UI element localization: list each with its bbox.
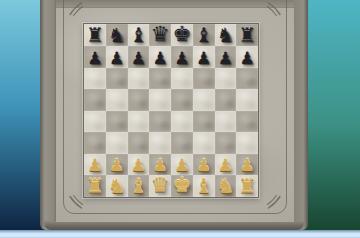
board-bevel-bottom bbox=[44, 221, 304, 230]
square-d5[interactable] bbox=[149, 89, 171, 111]
square-g4[interactable] bbox=[215, 111, 237, 133]
square-e8[interactable]: ♚ bbox=[171, 24, 193, 46]
square-c2[interactable]: ♟ bbox=[128, 154, 150, 176]
board-marble-frame: ♜♞♝♛♚♝♞♜♟♟♟♟♟♟♟♟♟♟♟♟♟♟♟♟♜♞♝♛♚♝♞♜ bbox=[56, 0, 294, 222]
square-c5[interactable] bbox=[128, 89, 150, 111]
square-f6[interactable] bbox=[193, 68, 215, 90]
square-g1[interactable]: ♞ bbox=[215, 175, 237, 197]
piece-black-pawn[interactable]: ♟ bbox=[196, 50, 211, 68]
square-d4[interactable] bbox=[149, 111, 171, 133]
square-a8[interactable]: ♜ bbox=[84, 24, 106, 46]
square-c7[interactable]: ♟ bbox=[128, 46, 150, 68]
piece-black-knight[interactable]: ♞ bbox=[216, 25, 234, 46]
corner-flourish-icon bbox=[67, 194, 84, 211]
square-f8[interactable]: ♝ bbox=[193, 24, 215, 46]
square-h7[interactable]: ♟ bbox=[236, 46, 258, 68]
square-e7[interactable]: ♟ bbox=[171, 46, 193, 68]
square-b5[interactable] bbox=[106, 89, 128, 111]
square-f1[interactable]: ♝ bbox=[193, 175, 215, 197]
piece-black-pawn[interactable]: ♟ bbox=[153, 50, 168, 68]
piece-black-bishop[interactable]: ♝ bbox=[129, 25, 147, 46]
square-c1[interactable]: ♝ bbox=[128, 175, 150, 197]
square-d1[interactable]: ♛ bbox=[149, 175, 171, 197]
square-a5[interactable] bbox=[84, 89, 106, 111]
piece-black-pawn[interactable]: ♟ bbox=[109, 50, 124, 68]
square-e6[interactable] bbox=[171, 68, 193, 90]
square-e5[interactable] bbox=[171, 89, 193, 111]
square-f4[interactable] bbox=[193, 111, 215, 133]
square-b3[interactable] bbox=[106, 132, 128, 154]
corner-flourish-icon bbox=[266, 0, 283, 17]
square-a1[interactable]: ♜ bbox=[84, 175, 106, 197]
square-d3[interactable] bbox=[149, 132, 171, 154]
square-f5[interactable] bbox=[193, 89, 215, 111]
piece-white-pawn[interactable]: ♟ bbox=[218, 157, 233, 175]
piece-black-pawn[interactable]: ♟ bbox=[87, 50, 102, 68]
piece-white-king[interactable]: ♚ bbox=[172, 175, 191, 197]
piece-white-pawn[interactable]: ♟ bbox=[109, 157, 124, 175]
square-g2[interactable]: ♟ bbox=[215, 154, 237, 176]
square-d8[interactable]: ♛ bbox=[149, 24, 171, 46]
piece-white-queen[interactable]: ♛ bbox=[151, 175, 170, 197]
square-b7[interactable]: ♟ bbox=[106, 46, 128, 68]
square-g8[interactable]: ♞ bbox=[215, 24, 237, 46]
square-a4[interactable] bbox=[84, 111, 106, 133]
corner-flourish-icon bbox=[67, 0, 84, 17]
square-d2[interactable]: ♟ bbox=[149, 154, 171, 176]
square-b8[interactable]: ♞ bbox=[106, 24, 128, 46]
square-h1[interactable]: ♜ bbox=[236, 175, 258, 197]
piece-black-knight[interactable]: ♞ bbox=[108, 25, 126, 46]
piece-white-pawn[interactable]: ♟ bbox=[87, 157, 102, 175]
square-d6[interactable] bbox=[149, 68, 171, 90]
piece-black-pawn[interactable]: ♟ bbox=[174, 50, 189, 68]
square-g5[interactable] bbox=[215, 89, 237, 111]
piece-white-rook[interactable]: ♜ bbox=[238, 176, 256, 197]
square-h5[interactable] bbox=[236, 89, 258, 111]
square-g7[interactable]: ♟ bbox=[215, 46, 237, 68]
square-h4[interactable] bbox=[236, 111, 258, 133]
chess-board-3d: ♜♞♝♛♚♝♞♜♟♟♟♟♟♟♟♟♟♟♟♟♟♟♟♟♜♞♝♛♚♝♞♜ bbox=[40, 0, 308, 230]
square-b6[interactable] bbox=[106, 68, 128, 90]
piece-white-pawn[interactable]: ♟ bbox=[240, 157, 255, 175]
piece-white-bishop[interactable]: ♝ bbox=[129, 176, 147, 197]
piece-white-rook[interactable]: ♜ bbox=[86, 176, 104, 197]
square-h2[interactable]: ♟ bbox=[236, 154, 258, 176]
taskbar-strip[interactable] bbox=[0, 230, 360, 238]
piece-white-pawn[interactable]: ♟ bbox=[196, 157, 211, 175]
square-e1[interactable]: ♚ bbox=[171, 175, 193, 197]
piece-black-rook[interactable]: ♜ bbox=[238, 25, 256, 46]
board-bevel-right bbox=[293, 0, 308, 230]
square-e3[interactable] bbox=[171, 132, 193, 154]
square-f7[interactable]: ♟ bbox=[193, 46, 215, 68]
corner-flourish-icon bbox=[266, 194, 283, 211]
piece-white-pawn[interactable]: ♟ bbox=[131, 157, 146, 175]
square-e2[interactable]: ♟ bbox=[171, 154, 193, 176]
square-h3[interactable] bbox=[236, 132, 258, 154]
square-a3[interactable] bbox=[84, 132, 106, 154]
square-a7[interactable]: ♟ bbox=[84, 46, 106, 68]
piece-black-pawn[interactable]: ♟ bbox=[131, 50, 146, 68]
square-c4[interactable] bbox=[128, 111, 150, 133]
piece-black-bishop[interactable]: ♝ bbox=[195, 25, 213, 46]
square-e4[interactable] bbox=[171, 111, 193, 133]
piece-black-rook[interactable]: ♜ bbox=[86, 25, 104, 46]
piece-black-queen[interactable]: ♛ bbox=[151, 24, 170, 46]
square-g3[interactable] bbox=[215, 132, 237, 154]
square-h6[interactable] bbox=[236, 68, 258, 90]
square-h8[interactable]: ♜ bbox=[236, 24, 258, 46]
piece-black-pawn[interactable]: ♟ bbox=[240, 50, 255, 68]
piece-white-knight[interactable]: ♞ bbox=[216, 176, 234, 197]
square-c3[interactable] bbox=[128, 132, 150, 154]
square-g6[interactable] bbox=[215, 68, 237, 90]
square-b2[interactable]: ♟ bbox=[106, 154, 128, 176]
square-d7[interactable]: ♟ bbox=[149, 46, 171, 68]
square-a2[interactable]: ♟ bbox=[84, 154, 106, 176]
piece-black-pawn[interactable]: ♟ bbox=[218, 50, 233, 68]
square-f3[interactable] bbox=[193, 132, 215, 154]
piece-white-bishop[interactable]: ♝ bbox=[195, 176, 213, 197]
piece-black-king[interactable]: ♚ bbox=[172, 24, 191, 46]
square-c8[interactable]: ♝ bbox=[128, 24, 150, 46]
chess-game-scene: ♜♞♝♛♚♝♞♜♟♟♟♟♟♟♟♟♟♟♟♟♟♟♟♟♜♞♝♛♚♝♞♜ bbox=[0, 0, 360, 238]
square-b4[interactable] bbox=[106, 111, 128, 133]
square-c6[interactable] bbox=[128, 68, 150, 90]
square-b1[interactable]: ♞ bbox=[106, 175, 128, 197]
square-a6[interactable] bbox=[84, 68, 106, 90]
square-f2[interactable]: ♟ bbox=[193, 154, 215, 176]
board-bevel-left bbox=[40, 0, 57, 230]
chess-board: ♜♞♝♛♚♝♞♜♟♟♟♟♟♟♟♟♟♟♟♟♟♟♟♟♜♞♝♛♚♝♞♜ bbox=[83, 23, 259, 198]
piece-white-knight[interactable]: ♞ bbox=[108, 176, 126, 197]
